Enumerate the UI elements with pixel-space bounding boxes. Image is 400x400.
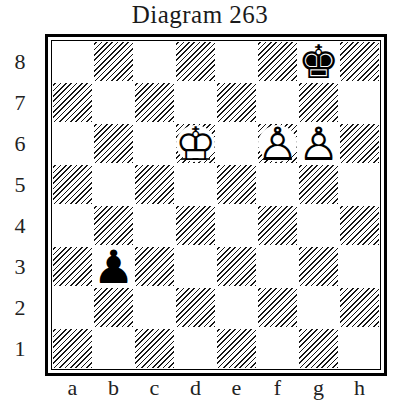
square-e5 <box>216 164 257 205</box>
square-f3 <box>257 246 298 287</box>
square-h8 <box>339 41 380 82</box>
file-label-e: e <box>216 375 257 400</box>
square-e7 <box>216 82 257 123</box>
white-pawn-g6: ♙ <box>298 123 339 164</box>
white-king-d6: ♔ <box>175 123 216 164</box>
square-f1 <box>257 328 298 369</box>
square-b5 <box>93 164 134 205</box>
rank-label-7: 7 <box>7 82 33 123</box>
square-d1 <box>175 328 216 369</box>
square-d2 <box>175 287 216 328</box>
square-c2 <box>134 287 175 328</box>
square-h4 <box>339 205 380 246</box>
rank-label-4: 4 <box>7 205 33 246</box>
square-d4 <box>175 205 216 246</box>
square-d7 <box>175 82 216 123</box>
square-g7 <box>298 82 339 123</box>
file-label-a: a <box>52 375 93 400</box>
square-b2 <box>93 287 134 328</box>
square-g3 <box>298 246 339 287</box>
square-a4 <box>52 205 93 246</box>
square-c6 <box>134 123 175 164</box>
square-f5 <box>257 164 298 205</box>
square-a2 <box>52 287 93 328</box>
square-a6 <box>52 123 93 164</box>
square-c7 <box>134 82 175 123</box>
square-d8 <box>175 41 216 82</box>
file-label-c: c <box>134 375 175 400</box>
black-king-g8: ♚ <box>298 41 339 82</box>
file-labels: abcdefgh <box>52 375 380 400</box>
square-f7 <box>257 82 298 123</box>
diagram-page: Diagram 263 87654321 ♚♔♙♙♟ abcdefgh <box>0 0 400 400</box>
square-b8 <box>93 41 134 82</box>
chess-board-frame: ♚♔♙♙♟ <box>45 34 387 376</box>
square-b1 <box>93 328 134 369</box>
square-d3 <box>175 246 216 287</box>
square-e6 <box>216 123 257 164</box>
file-label-g: g <box>298 375 339 400</box>
square-e3 <box>216 246 257 287</box>
square-a3 <box>52 246 93 287</box>
rank-label-8: 8 <box>7 41 33 82</box>
square-a1 <box>52 328 93 369</box>
square-c1 <box>134 328 175 369</box>
square-g5 <box>298 164 339 205</box>
rank-label-5: 5 <box>7 164 33 205</box>
square-g1 <box>298 328 339 369</box>
rank-labels: 87654321 <box>7 41 33 369</box>
square-h6 <box>339 123 380 164</box>
rank-label-2: 2 <box>7 287 33 328</box>
white-pawn-f6: ♙ <box>257 123 298 164</box>
file-label-b: b <box>93 375 134 400</box>
square-f8 <box>257 41 298 82</box>
square-d6: ♔ <box>175 123 216 164</box>
square-h7 <box>339 82 380 123</box>
square-f2 <box>257 287 298 328</box>
square-f4 <box>257 205 298 246</box>
diagram-title: Diagram 263 <box>0 1 400 29</box>
square-g2 <box>298 287 339 328</box>
square-g4 <box>298 205 339 246</box>
square-b7 <box>93 82 134 123</box>
square-f6: ♙ <box>257 123 298 164</box>
square-c3 <box>134 246 175 287</box>
square-h2 <box>339 287 380 328</box>
square-h5 <box>339 164 380 205</box>
black-pawn-b3: ♟ <box>93 246 134 287</box>
rank-label-1: 1 <box>7 328 33 369</box>
square-h3 <box>339 246 380 287</box>
square-b6 <box>93 123 134 164</box>
rank-label-6: 6 <box>7 123 33 164</box>
chess-board: ♚♔♙♙♟ <box>51 40 381 370</box>
square-a7 <box>52 82 93 123</box>
square-g6: ♙ <box>298 123 339 164</box>
square-c4 <box>134 205 175 246</box>
square-a5 <box>52 164 93 205</box>
square-b4 <box>93 205 134 246</box>
square-d5 <box>175 164 216 205</box>
file-label-f: f <box>257 375 298 400</box>
square-e8 <box>216 41 257 82</box>
square-a8 <box>52 41 93 82</box>
file-label-h: h <box>339 375 380 400</box>
file-label-d: d <box>175 375 216 400</box>
square-c5 <box>134 164 175 205</box>
square-e2 <box>216 287 257 328</box>
square-b3: ♟ <box>93 246 134 287</box>
square-e1 <box>216 328 257 369</box>
square-e4 <box>216 205 257 246</box>
square-h1 <box>339 328 380 369</box>
square-g8: ♚ <box>298 41 339 82</box>
square-c8 <box>134 41 175 82</box>
rank-label-3: 3 <box>7 246 33 287</box>
